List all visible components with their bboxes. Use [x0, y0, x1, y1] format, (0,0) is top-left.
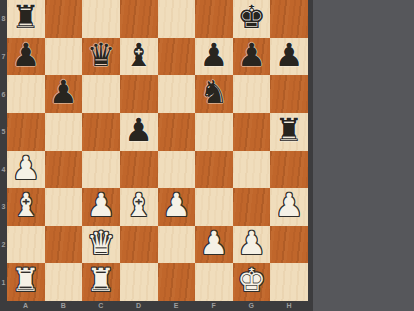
square-h5[interactable]: ♜ [270, 113, 308, 151]
square-e7[interactable] [158, 38, 196, 76]
square-h2[interactable] [270, 226, 308, 264]
white-pawn[interactable]: ♟ [200, 226, 229, 263]
black-pawn[interactable]: ♟ [200, 38, 229, 75]
black-rook[interactable]: ♜ [275, 113, 304, 150]
black-pawn[interactable]: ♟ [124, 113, 153, 150]
white-rook[interactable]: ♜ [87, 263, 116, 300]
square-a6[interactable] [7, 75, 45, 113]
square-h3[interactable]: ♟ [270, 188, 308, 226]
rank-label-5: 5 [0, 113, 7, 151]
black-pawn[interactable]: ♟ [11, 38, 40, 75]
square-c5[interactable] [82, 113, 120, 151]
white-pawn[interactable]: ♟ [275, 188, 304, 225]
square-h7[interactable]: ♟ [270, 38, 308, 76]
square-a1[interactable]: ♜ [7, 263, 45, 301]
square-b1[interactable] [45, 263, 83, 301]
square-f2[interactable]: ♟ [195, 226, 233, 264]
square-e6[interactable] [158, 75, 196, 113]
square-d6[interactable] [120, 75, 158, 113]
white-pawn[interactable]: ♟ [87, 188, 116, 225]
rank-label-8: 8 [0, 0, 7, 38]
black-pawn[interactable]: ♟ [49, 75, 78, 112]
square-c2[interactable]: ♛ [82, 226, 120, 264]
square-e1[interactable] [158, 263, 196, 301]
square-a5[interactable] [7, 113, 45, 151]
file-label-b: B [45, 301, 83, 311]
rank-label-2: 2 [0, 226, 7, 264]
square-a2[interactable] [7, 226, 45, 264]
square-b7[interactable] [45, 38, 83, 76]
black-pawn[interactable]: ♟ [275, 38, 304, 75]
white-queen[interactable]: ♛ [87, 226, 116, 263]
square-h6[interactable] [270, 75, 308, 113]
square-f6[interactable]: ♞ [195, 75, 233, 113]
square-f5[interactable] [195, 113, 233, 151]
chess-board-frame: ♜♚♟♛♝♟♟♟♟♞♟♜♟♝♟♝♟♟♛♟♟♜♜♚ 87654321 ABCDEF… [0, 0, 313, 311]
white-pawn[interactable]: ♟ [11, 151, 40, 188]
square-e2[interactable] [158, 226, 196, 264]
chess-board: ♜♚♟♛♝♟♟♟♟♞♟♜♟♝♟♝♟♟♛♟♟♜♜♚ [7, 0, 308, 301]
square-b2[interactable] [45, 226, 83, 264]
square-f3[interactable] [195, 188, 233, 226]
square-a8[interactable]: ♜ [7, 0, 45, 38]
white-pawn[interactable]: ♟ [162, 188, 191, 225]
square-f8[interactable] [195, 0, 233, 38]
square-d2[interactable] [120, 226, 158, 264]
square-g2[interactable]: ♟ [233, 226, 271, 264]
black-rook[interactable]: ♜ [11, 0, 40, 37]
square-b5[interactable] [45, 113, 83, 151]
square-e5[interactable] [158, 113, 196, 151]
file-labels: ABCDEFGH [7, 301, 308, 311]
file-label-c: C [82, 301, 120, 311]
square-g8[interactable]: ♚ [233, 0, 271, 38]
square-c6[interactable] [82, 75, 120, 113]
square-g7[interactable]: ♟ [233, 38, 271, 76]
square-c1[interactable]: ♜ [82, 263, 120, 301]
black-pawn[interactable]: ♟ [237, 38, 266, 75]
rank-labels: 87654321 [0, 0, 7, 301]
square-b4[interactable] [45, 151, 83, 189]
black-bishop[interactable]: ♝ [124, 38, 153, 75]
square-c3[interactable]: ♟ [82, 188, 120, 226]
square-c4[interactable] [82, 151, 120, 189]
square-b8[interactable] [45, 0, 83, 38]
rank-label-7: 7 [0, 38, 7, 76]
square-f4[interactable] [195, 151, 233, 189]
square-g6[interactable] [233, 75, 271, 113]
square-e3[interactable]: ♟ [158, 188, 196, 226]
white-king[interactable]: ♚ [237, 263, 266, 300]
square-a7[interactable]: ♟ [7, 38, 45, 76]
square-g4[interactable] [233, 151, 271, 189]
square-b3[interactable] [45, 188, 83, 226]
square-e4[interactable] [158, 151, 196, 189]
square-a4[interactable]: ♟ [7, 151, 45, 189]
square-d8[interactable] [120, 0, 158, 38]
square-d1[interactable] [120, 263, 158, 301]
square-a3[interactable]: ♝ [7, 188, 45, 226]
file-label-a: A [7, 301, 45, 311]
square-c8[interactable] [82, 0, 120, 38]
white-rook[interactable]: ♜ [11, 263, 40, 300]
rank-label-4: 4 [0, 151, 7, 189]
file-label-g: G [233, 301, 271, 311]
square-d3[interactable]: ♝ [120, 188, 158, 226]
file-label-d: D [120, 301, 158, 311]
square-d5[interactable]: ♟ [120, 113, 158, 151]
white-bishop[interactable]: ♝ [124, 188, 153, 225]
file-label-h: H [270, 301, 308, 311]
square-h4[interactable] [270, 151, 308, 189]
file-label-f: F [195, 301, 233, 311]
page-background: ♜♚♟♛♝♟♟♟♟♞♟♜♟♝♟♝♟♟♛♟♟♜♜♚ 87654321 ABCDEF… [0, 0, 414, 311]
black-king[interactable]: ♚ [237, 0, 266, 37]
square-d7[interactable]: ♝ [120, 38, 158, 76]
rank-label-6: 6 [0, 75, 7, 113]
square-c7[interactable]: ♛ [82, 38, 120, 76]
square-g1[interactable]: ♚ [233, 263, 271, 301]
white-pawn[interactable]: ♟ [237, 226, 266, 263]
square-h1[interactable] [270, 263, 308, 301]
square-g3[interactable] [233, 188, 271, 226]
square-g5[interactable] [233, 113, 271, 151]
square-h8[interactable] [270, 0, 308, 38]
file-label-e: E [158, 301, 196, 311]
square-e8[interactable] [158, 0, 196, 38]
square-f7[interactable]: ♟ [195, 38, 233, 76]
rank-label-3: 3 [0, 188, 7, 226]
square-d4[interactable] [120, 151, 158, 189]
rank-label-1: 1 [0, 263, 7, 301]
white-bishop[interactable]: ♝ [11, 188, 40, 225]
black-queen[interactable]: ♛ [87, 38, 116, 75]
black-knight[interactable]: ♞ [200, 75, 229, 112]
square-b6[interactable]: ♟ [45, 75, 83, 113]
square-f1[interactable] [195, 263, 233, 301]
